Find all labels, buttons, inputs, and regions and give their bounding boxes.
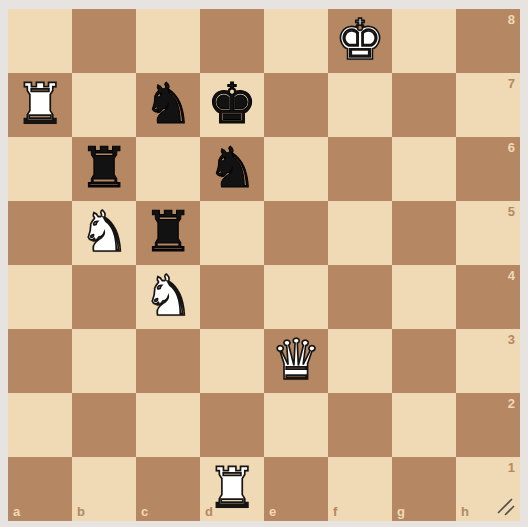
rank-label-1: 1	[508, 461, 515, 474]
white-rook[interactable]: ♜	[200, 457, 264, 521]
square-g1[interactable]: g	[392, 457, 456, 521]
square-d3[interactable]	[200, 329, 264, 393]
square-a1[interactable]: a	[8, 457, 72, 521]
square-h2[interactable]: 2	[456, 393, 520, 457]
square-b8[interactable]	[72, 9, 136, 73]
square-h5[interactable]: 5	[456, 201, 520, 265]
rank-label-3: 3	[508, 333, 515, 346]
square-b4[interactable]	[72, 265, 136, 329]
black-knight[interactable]: ♞	[200, 137, 264, 201]
square-e7[interactable]	[264, 73, 328, 137]
square-h4[interactable]: 4	[456, 265, 520, 329]
square-f2[interactable]	[328, 393, 392, 457]
square-g3[interactable]	[392, 329, 456, 393]
square-c4[interactable]: ♞	[136, 265, 200, 329]
square-b2[interactable]	[72, 393, 136, 457]
square-g5[interactable]	[392, 201, 456, 265]
square-c2[interactable]	[136, 393, 200, 457]
square-f3[interactable]	[328, 329, 392, 393]
square-a7[interactable]: ♜	[8, 73, 72, 137]
square-h8[interactable]: 8	[456, 9, 520, 73]
file-label-a: a	[13, 505, 20, 518]
rank-label-6: 6	[508, 141, 515, 154]
black-rook[interactable]: ♜	[72, 137, 136, 201]
square-c3[interactable]	[136, 329, 200, 393]
white-knight[interactable]: ♞	[136, 265, 200, 329]
square-b7[interactable]	[72, 73, 136, 137]
black-knight[interactable]: ♞	[136, 73, 200, 137]
square-e8[interactable]	[264, 9, 328, 73]
square-c6[interactable]	[136, 137, 200, 201]
file-label-h: h	[461, 505, 469, 518]
white-queen[interactable]: ♛	[264, 329, 328, 393]
square-g8[interactable]	[392, 9, 456, 73]
square-c8[interactable]	[136, 9, 200, 73]
square-f4[interactable]	[328, 265, 392, 329]
white-rook[interactable]: ♜	[8, 73, 72, 137]
square-d6[interactable]: ♞	[200, 137, 264, 201]
rank-label-8: 8	[508, 13, 515, 26]
square-c1[interactable]: c	[136, 457, 200, 521]
file-label-e: e	[269, 505, 276, 518]
square-f6[interactable]	[328, 137, 392, 201]
board-resize-handle[interactable]	[496, 497, 516, 517]
square-b6[interactable]: ♜	[72, 137, 136, 201]
file-label-b: b	[77, 505, 85, 518]
square-f7[interactable]	[328, 73, 392, 137]
square-c7[interactable]: ♞	[136, 73, 200, 137]
square-d4[interactable]	[200, 265, 264, 329]
file-label-c: c	[141, 505, 148, 518]
rank-label-2: 2	[508, 397, 515, 410]
rank-label-7: 7	[508, 77, 515, 90]
square-b5[interactable]: ♞	[72, 201, 136, 265]
square-e3[interactable]: ♛	[264, 329, 328, 393]
square-e2[interactable]	[264, 393, 328, 457]
white-king[interactable]: ♚	[328, 9, 392, 73]
square-a5[interactable]	[8, 201, 72, 265]
square-e5[interactable]	[264, 201, 328, 265]
page-background: { "game": "chess", "position": { "fen": …	[0, 0, 528, 527]
square-a4[interactable]	[8, 265, 72, 329]
square-h3[interactable]: 3	[456, 329, 520, 393]
square-c5[interactable]: ♜	[136, 201, 200, 265]
file-label-f: f	[333, 505, 337, 518]
square-e1[interactable]: e	[264, 457, 328, 521]
square-a8[interactable]	[8, 9, 72, 73]
black-rook[interactable]: ♜	[136, 201, 200, 265]
square-h7[interactable]: 7	[456, 73, 520, 137]
rank-label-4: 4	[508, 269, 515, 282]
square-a6[interactable]	[8, 137, 72, 201]
square-d8[interactable]	[200, 9, 264, 73]
square-g6[interactable]	[392, 137, 456, 201]
black-king[interactable]: ♚	[200, 73, 264, 137]
square-d1[interactable]: d♜	[200, 457, 264, 521]
square-b3[interactable]	[72, 329, 136, 393]
square-f5[interactable]	[328, 201, 392, 265]
square-h6[interactable]: 6	[456, 137, 520, 201]
square-g2[interactable]	[392, 393, 456, 457]
square-g7[interactable]	[392, 73, 456, 137]
square-d5[interactable]	[200, 201, 264, 265]
file-label-g: g	[397, 505, 405, 518]
square-a3[interactable]	[8, 329, 72, 393]
square-g4[interactable]	[392, 265, 456, 329]
rank-label-5: 5	[508, 205, 515, 218]
chess-board: ♚8♜♞♚7♜♞6♞♜5♞4♛32abcd♜efgh1	[8, 9, 520, 521]
square-e4[interactable]	[264, 265, 328, 329]
square-f8[interactable]: ♚	[328, 9, 392, 73]
square-d2[interactable]	[200, 393, 264, 457]
square-d7[interactable]: ♚	[200, 73, 264, 137]
white-knight[interactable]: ♞	[72, 201, 136, 265]
square-f1[interactable]: f	[328, 457, 392, 521]
square-b1[interactable]: b	[72, 457, 136, 521]
square-a2[interactable]	[8, 393, 72, 457]
square-e6[interactable]	[264, 137, 328, 201]
